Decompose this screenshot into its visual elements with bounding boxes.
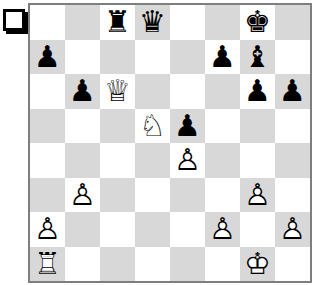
square-h2[interactable]: ♟♙ bbox=[275, 212, 310, 247]
black-pawn: ♟ bbox=[205, 40, 240, 75]
square-c3[interactable] bbox=[100, 178, 135, 213]
square-c6[interactable]: ♛♕ bbox=[100, 74, 135, 109]
square-f5[interactable] bbox=[205, 109, 240, 144]
square-e8[interactable] bbox=[170, 5, 205, 40]
square-d6[interactable] bbox=[135, 74, 170, 109]
white-queen: ♕ bbox=[100, 74, 135, 109]
black-bishop: ♝ bbox=[240, 40, 275, 75]
square-f1[interactable] bbox=[205, 247, 240, 282]
square-c4[interactable] bbox=[100, 143, 135, 178]
square-b8[interactable] bbox=[65, 5, 100, 40]
white-to-move-indicator bbox=[3, 9, 25, 31]
square-c2[interactable] bbox=[100, 212, 135, 247]
square-h1[interactable] bbox=[275, 247, 310, 282]
white-king: ♔ bbox=[240, 247, 275, 282]
square-c7[interactable] bbox=[100, 40, 135, 75]
square-h7[interactable] bbox=[275, 40, 310, 75]
square-e3[interactable] bbox=[170, 178, 205, 213]
square-e6[interactable] bbox=[170, 74, 205, 109]
chessboard: ♜♛♚♟♟♝♟♛♕♟♟♞♘♟♟♙♟♙♟♙♟♙♟♙♟♙♜♖♚♔ bbox=[28, 3, 312, 283]
square-f2[interactable]: ♟♙ bbox=[205, 212, 240, 247]
white-rook: ♖ bbox=[30, 247, 65, 282]
white-pawn-fill: ♟ bbox=[170, 143, 205, 178]
square-h8[interactable] bbox=[275, 5, 310, 40]
white-king-fill: ♚ bbox=[240, 247, 275, 282]
square-h3[interactable] bbox=[275, 178, 310, 213]
square-b7[interactable] bbox=[65, 40, 100, 75]
square-a2[interactable]: ♟♙ bbox=[30, 212, 65, 247]
white-queen-fill: ♛ bbox=[100, 74, 135, 109]
white-knight-fill: ♞ bbox=[135, 109, 170, 144]
square-a5[interactable] bbox=[30, 109, 65, 144]
square-c5[interactable] bbox=[100, 109, 135, 144]
square-b4[interactable] bbox=[65, 143, 100, 178]
black-pawn: ♟ bbox=[240, 74, 275, 109]
white-pawn: ♙ bbox=[275, 212, 310, 247]
black-queen: ♛ bbox=[135, 5, 170, 40]
white-pawn: ♙ bbox=[240, 178, 275, 213]
square-g3[interactable]: ♟♙ bbox=[240, 178, 275, 213]
square-f8[interactable] bbox=[205, 5, 240, 40]
square-e7[interactable] bbox=[170, 40, 205, 75]
white-pawn-fill: ♟ bbox=[205, 212, 240, 247]
square-g8[interactable]: ♚ bbox=[240, 5, 275, 40]
square-g4[interactable] bbox=[240, 143, 275, 178]
black-pawn: ♟ bbox=[30, 40, 65, 75]
square-f3[interactable] bbox=[205, 178, 240, 213]
square-d7[interactable] bbox=[135, 40, 170, 75]
square-e4[interactable]: ♟♙ bbox=[170, 143, 205, 178]
square-d4[interactable] bbox=[135, 143, 170, 178]
square-a4[interactable] bbox=[30, 143, 65, 178]
square-c1[interactable] bbox=[100, 247, 135, 282]
black-king: ♚ bbox=[240, 5, 275, 40]
square-b3[interactable]: ♟♙ bbox=[65, 178, 100, 213]
square-f7[interactable]: ♟ bbox=[205, 40, 240, 75]
square-a1[interactable]: ♜♖ bbox=[30, 247, 65, 282]
chess-diagram: ♜♛♚♟♟♝♟♛♕♟♟♞♘♟♟♙♟♙♟♙♟♙♟♙♟♙♜♖♚♔ bbox=[0, 0, 316, 285]
square-a7[interactable]: ♟ bbox=[30, 40, 65, 75]
black-pawn: ♟ bbox=[275, 74, 310, 109]
square-d3[interactable] bbox=[135, 178, 170, 213]
square-h5[interactable] bbox=[275, 109, 310, 144]
white-pawn: ♙ bbox=[205, 212, 240, 247]
square-g6[interactable]: ♟ bbox=[240, 74, 275, 109]
white-rook-fill: ♜ bbox=[30, 247, 65, 282]
white-pawn: ♙ bbox=[65, 178, 100, 213]
square-b6[interactable]: ♟ bbox=[65, 74, 100, 109]
white-pawn-fill: ♟ bbox=[65, 178, 100, 213]
white-pawn-fill: ♟ bbox=[275, 212, 310, 247]
square-f4[interactable] bbox=[205, 143, 240, 178]
square-d8[interactable]: ♛ bbox=[135, 5, 170, 40]
white-pawn: ♙ bbox=[170, 143, 205, 178]
square-b2[interactable] bbox=[65, 212, 100, 247]
square-d2[interactable] bbox=[135, 212, 170, 247]
black-rook: ♜ bbox=[100, 5, 135, 40]
square-g5[interactable] bbox=[240, 109, 275, 144]
square-e2[interactable] bbox=[170, 212, 205, 247]
square-b5[interactable] bbox=[65, 109, 100, 144]
black-pawn: ♟ bbox=[65, 74, 100, 109]
square-g1[interactable]: ♚♔ bbox=[240, 247, 275, 282]
square-f6[interactable] bbox=[205, 74, 240, 109]
white-knight: ♘ bbox=[135, 109, 170, 144]
white-pawn-fill: ♟ bbox=[30, 212, 65, 247]
square-b1[interactable] bbox=[65, 247, 100, 282]
square-d5[interactable]: ♞♘ bbox=[135, 109, 170, 144]
square-c8[interactable]: ♜ bbox=[100, 5, 135, 40]
black-pawn: ♟ bbox=[170, 109, 205, 144]
square-h4[interactable] bbox=[275, 143, 310, 178]
square-a3[interactable] bbox=[30, 178, 65, 213]
square-d1[interactable] bbox=[135, 247, 170, 282]
square-g7[interactable]: ♝ bbox=[240, 40, 275, 75]
square-h6[interactable]: ♟ bbox=[275, 74, 310, 109]
square-e5[interactable]: ♟ bbox=[170, 109, 205, 144]
square-a8[interactable] bbox=[30, 5, 65, 40]
square-a6[interactable] bbox=[30, 74, 65, 109]
white-pawn: ♙ bbox=[30, 212, 65, 247]
square-e1[interactable] bbox=[170, 247, 205, 282]
square-g2[interactable] bbox=[240, 212, 275, 247]
white-pawn-fill: ♟ bbox=[240, 178, 275, 213]
